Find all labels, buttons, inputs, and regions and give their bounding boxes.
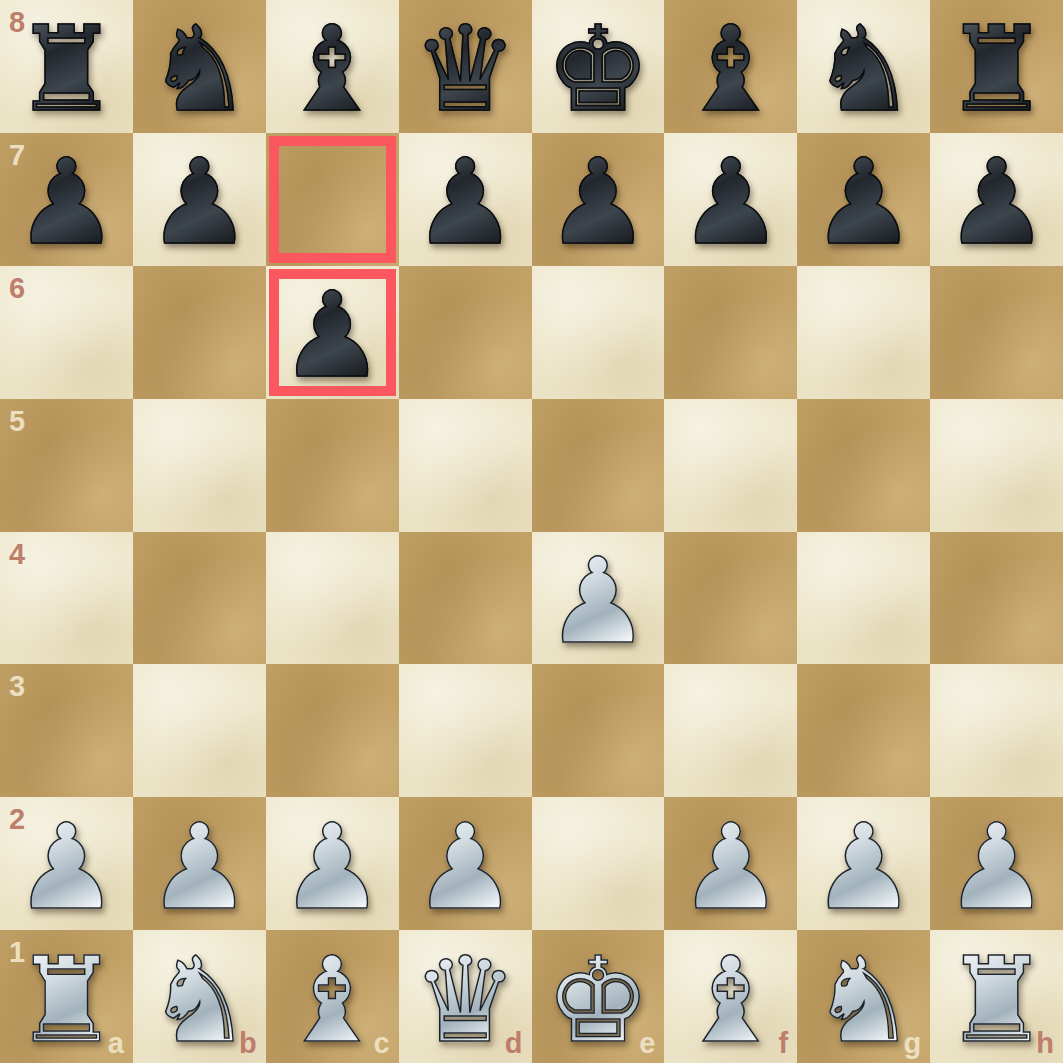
square-e8[interactable]: ♚ xyxy=(532,0,665,133)
piece-white-knight[interactable]: ♞ xyxy=(797,933,930,1063)
piece-white-bishop[interactable]: ♝ xyxy=(664,933,797,1063)
square-b3[interactable] xyxy=(133,664,266,797)
piece-white-king[interactable]: ♚ xyxy=(532,933,665,1063)
square-f4[interactable] xyxy=(664,532,797,665)
square-d6[interactable] xyxy=(399,266,532,399)
piece-black-rook[interactable]: ♜ xyxy=(930,3,1063,133)
square-a6[interactable]: 6 xyxy=(0,266,133,399)
piece-white-pawn[interactable]: ♟ xyxy=(930,800,1063,930)
square-d1[interactable]: d♛ xyxy=(399,930,532,1063)
piece-white-bishop[interactable]: ♝ xyxy=(266,933,399,1063)
square-a2[interactable]: 2♟ xyxy=(0,797,133,930)
piece-white-pawn[interactable]: ♟ xyxy=(133,800,266,930)
piece-black-bishop[interactable]: ♝ xyxy=(664,3,797,133)
square-d2[interactable]: ♟ xyxy=(399,797,532,930)
square-b7[interactable]: ♟ xyxy=(133,133,266,266)
square-a5[interactable]: 5 xyxy=(0,399,133,532)
square-a3[interactable]: 3 xyxy=(0,664,133,797)
square-d7[interactable]: ♟ xyxy=(399,133,532,266)
piece-white-pawn[interactable]: ♟ xyxy=(399,800,532,930)
square-g1[interactable]: g♞ xyxy=(797,930,930,1063)
square-h7[interactable]: ♟ xyxy=(930,133,1063,266)
square-c2[interactable]: ♟ xyxy=(266,797,399,930)
piece-black-king[interactable]: ♚ xyxy=(532,3,665,133)
square-f1[interactable]: f♝ xyxy=(664,930,797,1063)
square-c6[interactable]: ♟ xyxy=(266,266,399,399)
square-d3[interactable] xyxy=(399,664,532,797)
piece-black-pawn[interactable]: ♟ xyxy=(0,136,133,266)
square-e1[interactable]: e♚ xyxy=(532,930,665,1063)
square-h1[interactable]: h♜ xyxy=(930,930,1063,1063)
rank-label-6: 6 xyxy=(9,272,25,305)
square-e2[interactable] xyxy=(532,797,665,930)
square-f6[interactable] xyxy=(664,266,797,399)
piece-white-pawn[interactable]: ♟ xyxy=(0,800,133,930)
square-c1[interactable]: c♝ xyxy=(266,930,399,1063)
square-a4[interactable]: 4 xyxy=(0,532,133,665)
square-d8[interactable]: ♛ xyxy=(399,0,532,133)
piece-white-rook[interactable]: ♜ xyxy=(0,933,133,1063)
square-b8[interactable]: ♞ xyxy=(133,0,266,133)
piece-white-queen[interactable]: ♛ xyxy=(399,933,532,1063)
square-a1[interactable]: 1a♜ xyxy=(0,930,133,1063)
square-f7[interactable]: ♟ xyxy=(664,133,797,266)
square-b2[interactable]: ♟ xyxy=(133,797,266,930)
piece-white-pawn[interactable]: ♟ xyxy=(797,800,930,930)
square-g4[interactable] xyxy=(797,532,930,665)
rank-label-3: 3 xyxy=(9,670,25,703)
rank-label-4: 4 xyxy=(9,538,25,571)
square-c3[interactable] xyxy=(266,664,399,797)
square-h8[interactable]: ♜ xyxy=(930,0,1063,133)
chess-board: 8♜♞♝♛♚♝♞♜7♟♟♟♟♟♟♟6♟54♟32♟♟♟♟♟♟♟1a♜b♞c♝d♛… xyxy=(0,0,1063,1063)
rank-label-5: 5 xyxy=(9,405,25,438)
piece-black-pawn[interactable]: ♟ xyxy=(797,136,930,266)
piece-black-pawn[interactable]: ♟ xyxy=(266,269,399,399)
square-g3[interactable] xyxy=(797,664,930,797)
square-b4[interactable] xyxy=(133,532,266,665)
square-a8[interactable]: 8♜ xyxy=(0,0,133,133)
square-b5[interactable] xyxy=(133,399,266,532)
piece-black-queen[interactable]: ♛ xyxy=(399,3,532,133)
square-h2[interactable]: ♟ xyxy=(930,797,1063,930)
piece-white-rook[interactable]: ♜ xyxy=(930,933,1063,1063)
square-e7[interactable]: ♟ xyxy=(532,133,665,266)
square-e3[interactable] xyxy=(532,664,665,797)
square-b6[interactable] xyxy=(133,266,266,399)
piece-black-pawn[interactable]: ♟ xyxy=(930,136,1063,266)
square-f2[interactable]: ♟ xyxy=(664,797,797,930)
square-g8[interactable]: ♞ xyxy=(797,0,930,133)
square-g6[interactable] xyxy=(797,266,930,399)
square-e5[interactable] xyxy=(532,399,665,532)
square-f3[interactable] xyxy=(664,664,797,797)
square-h4[interactable] xyxy=(930,532,1063,665)
piece-black-knight[interactable]: ♞ xyxy=(797,3,930,133)
piece-white-knight[interactable]: ♞ xyxy=(133,933,266,1063)
piece-black-pawn[interactable]: ♟ xyxy=(532,136,665,266)
square-g2[interactable]: ♟ xyxy=(797,797,930,930)
piece-black-pawn[interactable]: ♟ xyxy=(133,136,266,266)
square-c7[interactable] xyxy=(266,133,399,266)
square-c5[interactable] xyxy=(266,399,399,532)
square-d4[interactable] xyxy=(399,532,532,665)
piece-black-pawn[interactable]: ♟ xyxy=(664,136,797,266)
square-c8[interactable]: ♝ xyxy=(266,0,399,133)
piece-white-pawn[interactable]: ♟ xyxy=(266,800,399,930)
square-h6[interactable] xyxy=(930,266,1063,399)
square-g5[interactable] xyxy=(797,399,930,532)
square-f8[interactable]: ♝ xyxy=(664,0,797,133)
square-d5[interactable] xyxy=(399,399,532,532)
piece-black-bishop[interactable]: ♝ xyxy=(266,3,399,133)
square-f5[interactable] xyxy=(664,399,797,532)
square-b1[interactable]: b♞ xyxy=(133,930,266,1063)
piece-black-pawn[interactable]: ♟ xyxy=(399,136,532,266)
square-h5[interactable] xyxy=(930,399,1063,532)
piece-black-rook[interactable]: ♜ xyxy=(0,3,133,133)
piece-white-pawn[interactable]: ♟ xyxy=(664,800,797,930)
square-e6[interactable] xyxy=(532,266,665,399)
square-g7[interactable]: ♟ xyxy=(797,133,930,266)
square-a7[interactable]: 7♟ xyxy=(0,133,133,266)
piece-black-knight[interactable]: ♞ xyxy=(133,3,266,133)
piece-white-pawn[interactable]: ♟ xyxy=(532,535,665,665)
square-e4[interactable]: ♟ xyxy=(532,532,665,665)
square-c4[interactable] xyxy=(266,532,399,665)
square-h3[interactable] xyxy=(930,664,1063,797)
